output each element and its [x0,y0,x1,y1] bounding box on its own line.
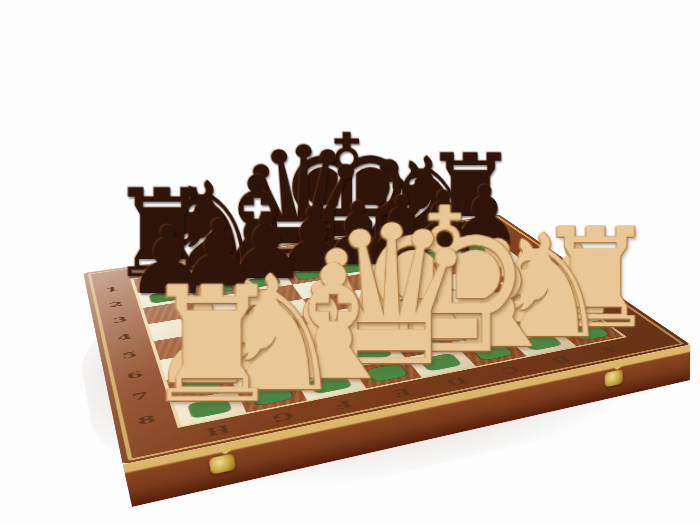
perspective-scene: 12345678HGFEDCBA ♜♞♝♛♚♝♞♜♟♟♟♟♟♟♟♟♟♟♟♟♟♟♟… [0,0,700,525]
light-rook: ♜ [174,390,246,426]
chess-board: 12345678HGFEDCBA ♜♞♝♛♚♝♞♜♟♟♟♟♟♟♟♟♟♟♟♟♟♟♟… [83,215,690,465]
brass-clasp-left [209,453,237,475]
brass-clasp-right [605,369,623,387]
piece-glyph: ♜ [107,278,318,414]
photo-scene: 12345678HGFEDCBA ♜♞♝♛♚♝♞♜♟♟♟♟♟♟♟♟♟♟♟♟♟♟♟… [0,0,700,525]
